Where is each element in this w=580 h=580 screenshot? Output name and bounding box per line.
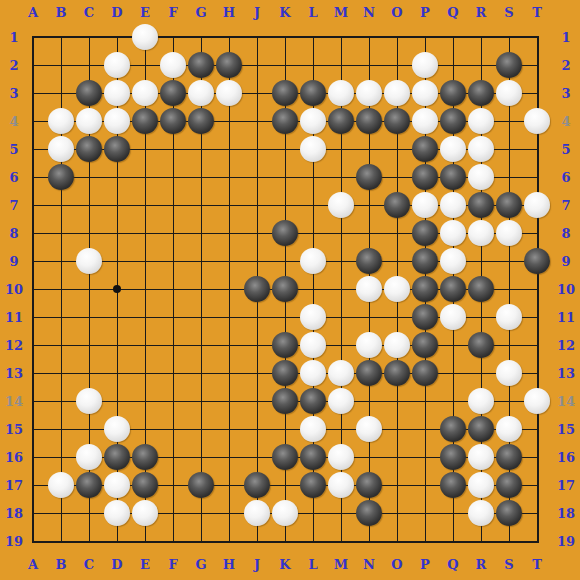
white-stone bbox=[300, 416, 326, 442]
column-label-bottom: C bbox=[84, 558, 94, 571]
white-stone bbox=[468, 472, 494, 498]
column-label-top: N bbox=[363, 6, 375, 19]
white-stone bbox=[104, 500, 130, 526]
column-label-bottom: M bbox=[334, 558, 348, 571]
black-stone bbox=[496, 192, 522, 218]
column-label-bottom: P bbox=[420, 558, 430, 571]
white-stone bbox=[328, 360, 354, 386]
column-label-top: D bbox=[111, 6, 122, 19]
white-stone bbox=[524, 192, 550, 218]
black-stone bbox=[300, 80, 326, 106]
black-stone bbox=[496, 472, 522, 498]
black-stone bbox=[272, 80, 298, 106]
row-label-right: 2 bbox=[561, 59, 570, 72]
white-stone bbox=[300, 248, 326, 274]
black-stone bbox=[412, 220, 438, 246]
white-stone bbox=[272, 500, 298, 526]
white-stone bbox=[468, 108, 494, 134]
row-label-left: 2 bbox=[9, 59, 18, 72]
black-stone bbox=[132, 472, 158, 498]
black-stone bbox=[412, 360, 438, 386]
white-stone bbox=[524, 108, 550, 134]
column-label-bottom: B bbox=[56, 558, 67, 571]
black-stone bbox=[440, 80, 466, 106]
white-stone bbox=[300, 332, 326, 358]
row-label-right: 19 bbox=[557, 535, 575, 548]
column-label-top: H bbox=[223, 6, 235, 19]
white-stone bbox=[496, 360, 522, 386]
row-label-right: 7 bbox=[561, 199, 570, 212]
row-label-right: 12 bbox=[557, 339, 575, 352]
column-label-bottom: F bbox=[168, 558, 177, 571]
white-stone bbox=[188, 80, 214, 106]
black-stone bbox=[160, 80, 186, 106]
black-stone bbox=[300, 472, 326, 498]
black-stone bbox=[412, 276, 438, 302]
row-label-left: 5 bbox=[9, 143, 18, 156]
black-stone bbox=[272, 276, 298, 302]
row-label-right: 6 bbox=[561, 171, 570, 184]
column-label-bottom: E bbox=[140, 558, 150, 571]
column-label-top: P bbox=[420, 6, 430, 19]
row-label-right: 9 bbox=[561, 255, 570, 268]
white-stone bbox=[384, 332, 410, 358]
black-stone bbox=[188, 472, 214, 498]
row-label-left: 15 bbox=[5, 423, 23, 436]
white-stone bbox=[328, 388, 354, 414]
row-label-left: 7 bbox=[9, 199, 18, 212]
black-stone bbox=[76, 80, 102, 106]
column-label-top: A bbox=[28, 6, 38, 19]
row-label-left: 8 bbox=[9, 227, 18, 240]
white-stone bbox=[356, 416, 382, 442]
row-label-right: 10 bbox=[557, 283, 575, 296]
black-stone bbox=[468, 276, 494, 302]
row-label-left: 4 bbox=[9, 115, 18, 128]
white-stone bbox=[160, 52, 186, 78]
row-label-left: 6 bbox=[9, 171, 18, 184]
row-label-left: 3 bbox=[9, 87, 18, 100]
column-label-bottom: T bbox=[532, 558, 542, 571]
white-stone bbox=[412, 52, 438, 78]
white-stone bbox=[244, 500, 270, 526]
column-label-top: R bbox=[476, 6, 487, 19]
column-label-bottom: S bbox=[504, 558, 513, 571]
black-stone bbox=[524, 248, 550, 274]
row-label-right: 8 bbox=[561, 227, 570, 240]
white-stone bbox=[48, 136, 74, 162]
white-stone bbox=[384, 276, 410, 302]
column-label-top: M bbox=[334, 6, 348, 19]
column-label-bottom: J bbox=[254, 558, 260, 571]
white-stone bbox=[412, 80, 438, 106]
black-stone bbox=[356, 500, 382, 526]
black-stone bbox=[440, 416, 466, 442]
black-stone bbox=[468, 192, 494, 218]
column-label-bottom: R bbox=[476, 558, 487, 571]
row-label-right: 18 bbox=[557, 507, 575, 520]
black-stone bbox=[272, 108, 298, 134]
black-stone bbox=[412, 164, 438, 190]
white-stone bbox=[104, 108, 130, 134]
row-label-right: 5 bbox=[561, 143, 570, 156]
white-stone bbox=[76, 248, 102, 274]
black-stone bbox=[440, 108, 466, 134]
black-stone bbox=[104, 444, 130, 470]
white-stone bbox=[496, 304, 522, 330]
black-stone bbox=[272, 332, 298, 358]
white-stone bbox=[76, 388, 102, 414]
white-stone bbox=[440, 136, 466, 162]
column-label-bottom: A bbox=[28, 558, 38, 571]
row-label-left: 17 bbox=[5, 479, 23, 492]
black-stone bbox=[272, 360, 298, 386]
black-stone bbox=[132, 444, 158, 470]
row-label-left: 11 bbox=[5, 311, 23, 324]
white-stone bbox=[132, 24, 158, 50]
white-stone bbox=[468, 388, 494, 414]
row-label-right: 14 bbox=[557, 395, 575, 408]
column-label-bottom: K bbox=[279, 558, 290, 571]
white-stone bbox=[328, 472, 354, 498]
row-label-left: 16 bbox=[5, 451, 23, 464]
column-label-bottom: G bbox=[195, 558, 206, 571]
white-stone bbox=[104, 472, 130, 498]
white-stone bbox=[104, 416, 130, 442]
white-stone bbox=[468, 164, 494, 190]
black-stone bbox=[300, 388, 326, 414]
black-stone bbox=[412, 248, 438, 274]
white-stone bbox=[468, 136, 494, 162]
white-stone bbox=[524, 388, 550, 414]
white-stone bbox=[216, 80, 242, 106]
row-label-left: 12 bbox=[5, 339, 23, 352]
white-stone bbox=[328, 444, 354, 470]
row-label-right: 17 bbox=[557, 479, 575, 492]
black-stone bbox=[440, 276, 466, 302]
row-label-left: 9 bbox=[9, 255, 18, 268]
black-stone bbox=[468, 416, 494, 442]
row-label-right: 4 bbox=[561, 115, 570, 128]
column-label-top: G bbox=[195, 6, 206, 19]
white-stone bbox=[76, 444, 102, 470]
white-stone bbox=[384, 80, 410, 106]
column-label-top: E bbox=[140, 6, 150, 19]
black-stone bbox=[244, 472, 270, 498]
white-stone bbox=[356, 276, 382, 302]
white-stone bbox=[412, 108, 438, 134]
white-stone bbox=[300, 304, 326, 330]
black-stone bbox=[104, 136, 130, 162]
white-stone bbox=[440, 192, 466, 218]
row-label-right: 16 bbox=[557, 451, 575, 464]
black-stone bbox=[468, 80, 494, 106]
black-stone bbox=[356, 108, 382, 134]
column-label-bottom: D bbox=[111, 558, 122, 571]
black-stone bbox=[188, 52, 214, 78]
white-stone bbox=[496, 80, 522, 106]
column-label-bottom: N bbox=[363, 558, 375, 571]
column-label-top: K bbox=[279, 6, 290, 19]
row-label-right: 1 bbox=[561, 31, 570, 44]
black-stone bbox=[272, 444, 298, 470]
black-stone bbox=[440, 472, 466, 498]
white-stone bbox=[496, 220, 522, 246]
black-stone bbox=[384, 108, 410, 134]
column-label-top: S bbox=[504, 6, 513, 19]
black-stone bbox=[440, 444, 466, 470]
white-stone bbox=[468, 220, 494, 246]
black-stone bbox=[412, 136, 438, 162]
white-stone bbox=[76, 108, 102, 134]
column-label-top: F bbox=[168, 6, 177, 19]
black-stone bbox=[356, 360, 382, 386]
white-stone bbox=[48, 108, 74, 134]
column-label-top: C bbox=[84, 6, 94, 19]
white-stone bbox=[356, 80, 382, 106]
row-label-right: 3 bbox=[561, 87, 570, 100]
white-stone bbox=[440, 248, 466, 274]
column-label-top: B bbox=[56, 6, 67, 19]
black-stone bbox=[496, 444, 522, 470]
column-label-bottom: L bbox=[308, 558, 317, 571]
white-stone bbox=[300, 108, 326, 134]
column-label-top: Q bbox=[447, 6, 458, 19]
row-label-left: 1 bbox=[9, 31, 18, 44]
black-stone bbox=[468, 332, 494, 358]
column-label-top: O bbox=[391, 6, 402, 19]
white-stone bbox=[356, 332, 382, 358]
black-stone bbox=[384, 360, 410, 386]
black-stone bbox=[188, 108, 214, 134]
row-label-right: 13 bbox=[557, 367, 575, 380]
white-stone bbox=[440, 220, 466, 246]
black-stone bbox=[440, 164, 466, 190]
column-label-bottom: O bbox=[391, 558, 402, 571]
black-stone bbox=[300, 444, 326, 470]
black-stone bbox=[160, 108, 186, 134]
row-label-right: 11 bbox=[557, 311, 575, 324]
black-stone bbox=[272, 388, 298, 414]
white-stone bbox=[104, 80, 130, 106]
black-stone bbox=[356, 472, 382, 498]
row-label-left: 13 bbox=[5, 367, 23, 380]
black-stone bbox=[216, 52, 242, 78]
column-label-top: J bbox=[254, 6, 260, 19]
star-point bbox=[113, 285, 121, 293]
black-stone bbox=[384, 192, 410, 218]
black-stone bbox=[496, 500, 522, 526]
black-stone bbox=[132, 108, 158, 134]
white-stone bbox=[48, 472, 74, 498]
column-label-top: L bbox=[308, 6, 317, 19]
row-label-left: 10 bbox=[5, 283, 23, 296]
black-stone bbox=[328, 108, 354, 134]
white-stone bbox=[300, 136, 326, 162]
white-stone bbox=[468, 500, 494, 526]
white-stone bbox=[468, 444, 494, 470]
white-stone bbox=[132, 80, 158, 106]
black-stone bbox=[356, 248, 382, 274]
row-label-right: 15 bbox=[557, 423, 575, 436]
column-label-top: T bbox=[532, 6, 542, 19]
black-stone bbox=[76, 472, 102, 498]
black-stone bbox=[412, 304, 438, 330]
white-stone bbox=[496, 416, 522, 442]
black-stone bbox=[412, 332, 438, 358]
column-label-bottom: Q bbox=[447, 558, 458, 571]
white-stone bbox=[328, 80, 354, 106]
black-stone bbox=[76, 136, 102, 162]
black-stone bbox=[48, 164, 74, 190]
black-stone bbox=[244, 276, 270, 302]
white-stone bbox=[104, 52, 130, 78]
column-label-bottom: H bbox=[223, 558, 235, 571]
go-board[interactable]: AABBCCDDEEFFGGHHJJKKLLMMNNOOPPQQRRSSTT11… bbox=[0, 0, 580, 580]
row-label-left: 19 bbox=[5, 535, 23, 548]
row-label-left: 18 bbox=[5, 507, 23, 520]
row-label-left: 14 bbox=[5, 395, 23, 408]
black-stone bbox=[356, 164, 382, 190]
black-stone bbox=[272, 220, 298, 246]
white-stone bbox=[440, 304, 466, 330]
white-stone bbox=[328, 192, 354, 218]
black-stone bbox=[496, 52, 522, 78]
white-stone bbox=[132, 500, 158, 526]
white-stone bbox=[300, 360, 326, 386]
white-stone bbox=[412, 192, 438, 218]
